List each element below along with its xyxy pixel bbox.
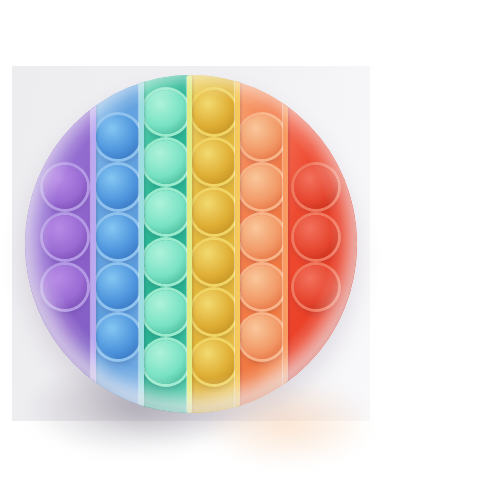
bubble-teal-2[interactable] bbox=[144, 140, 188, 184]
bubble-orange-3[interactable] bbox=[240, 215, 284, 259]
bubble-blue-2[interactable] bbox=[96, 165, 140, 209]
bubble-teal-1[interactable] bbox=[144, 90, 188, 134]
bubble-blue-4[interactable] bbox=[96, 265, 140, 309]
bubble-yellow-2[interactable] bbox=[192, 140, 236, 184]
bubble-purple-1[interactable] bbox=[43, 165, 87, 209]
bubble-red-2[interactable] bbox=[294, 215, 338, 259]
bubble-purple-3[interactable] bbox=[43, 265, 87, 309]
column-yellow bbox=[190, 75, 238, 413]
bubble-purple-2[interactable] bbox=[43, 215, 87, 259]
bubble-blue-1[interactable] bbox=[96, 115, 140, 159]
column-teal bbox=[142, 75, 190, 413]
bubble-yellow-6[interactable] bbox=[192, 340, 236, 384]
column-divider bbox=[283, 75, 288, 413]
bubble-red-3[interactable] bbox=[294, 265, 338, 309]
column-divider bbox=[91, 75, 96, 413]
bubble-yellow-1[interactable] bbox=[192, 90, 236, 134]
pop-it-board bbox=[25, 75, 357, 413]
column-blue bbox=[94, 75, 142, 413]
bubble-yellow-4[interactable] bbox=[192, 240, 236, 284]
bubble-yellow-3[interactable] bbox=[192, 190, 236, 234]
bubble-red-1[interactable] bbox=[294, 165, 338, 209]
bubble-teal-5[interactable] bbox=[144, 290, 188, 334]
bubble-orange-4[interactable] bbox=[240, 265, 284, 309]
bubble-teal-4[interactable] bbox=[144, 240, 188, 284]
bubble-teal-3[interactable] bbox=[144, 190, 188, 234]
bubble-teal-6[interactable] bbox=[144, 340, 188, 384]
bubble-orange-5[interactable] bbox=[240, 315, 284, 359]
bubble-orange-1[interactable] bbox=[240, 115, 284, 159]
bubble-blue-5[interactable] bbox=[96, 315, 140, 359]
column-divider bbox=[139, 75, 144, 413]
bubble-orange-2[interactable] bbox=[240, 165, 284, 209]
column-orange bbox=[238, 75, 286, 413]
photo-background bbox=[12, 66, 370, 421]
bubble-yellow-5[interactable] bbox=[192, 290, 236, 334]
bubble-blue-3[interactable] bbox=[96, 215, 140, 259]
column-divider bbox=[187, 75, 192, 413]
column-divider bbox=[235, 75, 240, 413]
page bbox=[0, 0, 488, 488]
